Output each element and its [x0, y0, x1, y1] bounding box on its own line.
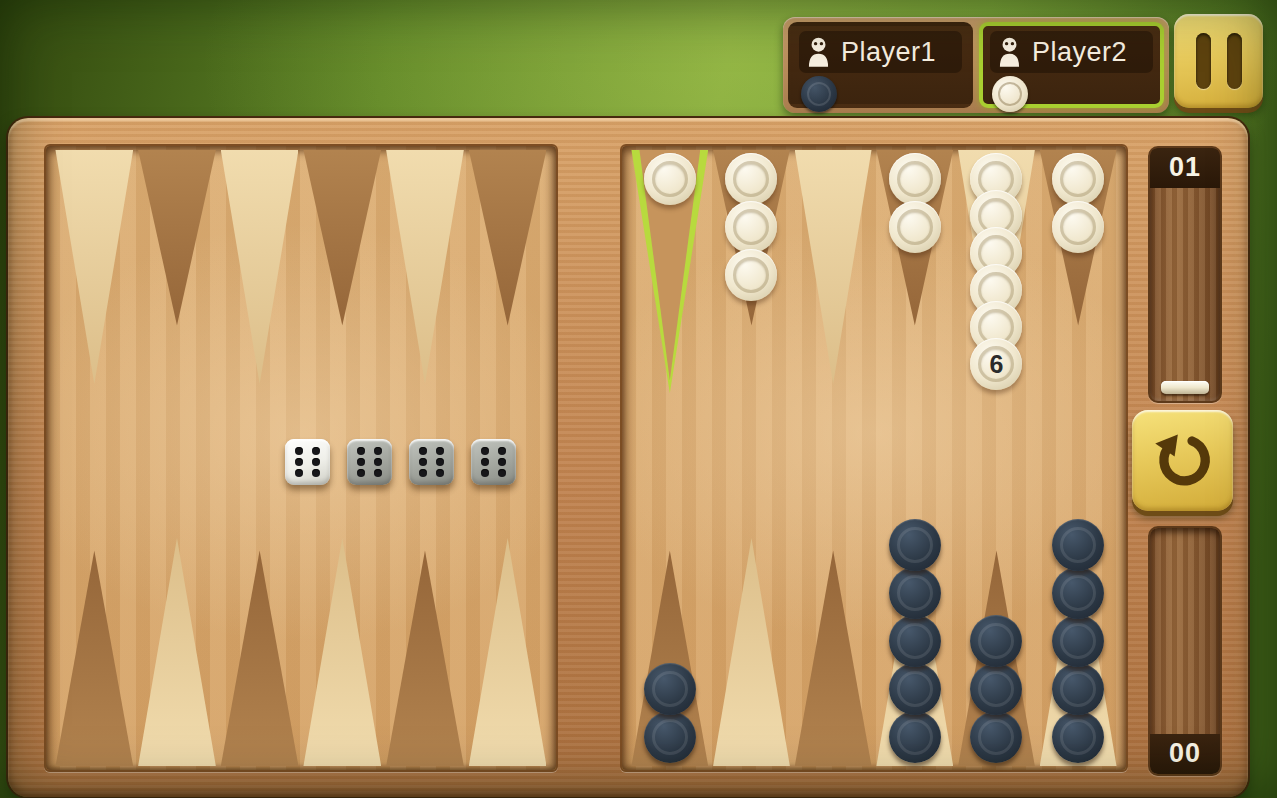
player2-card-active[interactable]: Player2 [979, 22, 1164, 108]
checker-stack [1052, 153, 1104, 253]
point-BR6[interactable] [1037, 458, 1119, 766]
checker-dark[interactable] [889, 519, 941, 571]
player2-name: Player2 [1032, 37, 1127, 68]
person-icon [805, 36, 832, 68]
checker-dark[interactable] [1052, 567, 1104, 619]
checker-stack [1052, 519, 1104, 763]
die-pip [481, 447, 489, 455]
point-triangle-cream [55, 150, 133, 384]
point-triangle-dark [469, 150, 547, 326]
checker-dark[interactable] [1052, 519, 1104, 571]
point-triangle-cream [713, 538, 790, 766]
checker-dark[interactable] [889, 615, 941, 667]
point-triangle-dark [221, 550, 299, 766]
checker-stack [725, 153, 777, 301]
die-pip [498, 447, 506, 455]
point-BR4[interactable] [874, 458, 956, 766]
player-panel: Player1 Player2 [783, 17, 1169, 113]
point-TL5[interactable] [384, 150, 467, 458]
player1-card[interactable]: Player1 [788, 22, 973, 108]
point-triangle-dark [386, 550, 464, 766]
point-BL3[interactable] [218, 458, 301, 766]
checker-white[interactable] [725, 201, 777, 253]
checker-dark[interactable] [1052, 711, 1104, 763]
point-BR5[interactable] [956, 458, 1038, 766]
die-pip [481, 469, 489, 477]
checker-white[interactable] [1052, 201, 1104, 253]
point-TR5[interactable]: 6 [956, 150, 1038, 458]
die-pip [419, 469, 427, 477]
checker-white[interactable] [1052, 153, 1104, 205]
point-TR3[interactable] [792, 150, 874, 458]
person-icon [996, 36, 1023, 68]
die-6-used[interactable] [409, 439, 454, 485]
point-TL6[interactable] [466, 150, 549, 458]
checker-white[interactable] [889, 153, 941, 205]
point-BL5[interactable] [384, 458, 467, 766]
player2-checker-white [992, 76, 1028, 112]
checker-stack: 6 [970, 153, 1022, 390]
die-pip [498, 469, 506, 477]
point-triangle-cream [303, 538, 381, 766]
player2-name-row: Player2 [990, 31, 1153, 73]
point-TR2[interactable] [711, 150, 793, 458]
die-pip [357, 458, 365, 466]
checker-dark[interactable] [970, 663, 1022, 715]
point-TL1[interactable] [53, 150, 136, 458]
point-BL2[interactable] [136, 458, 219, 766]
die-pip [295, 469, 303, 477]
checker-dark[interactable] [1052, 663, 1104, 715]
die-pip [419, 458, 427, 466]
point-triangle-dark [303, 150, 381, 326]
board-right-half: 6 [620, 144, 1128, 772]
checker-white[interactable] [889, 201, 941, 253]
checker-dark[interactable] [644, 663, 696, 715]
point-TR1-highlighted[interactable] [629, 150, 711, 458]
checker-dark[interactable] [970, 615, 1022, 667]
checker-white[interactable]: 6 [970, 338, 1022, 390]
point-BR2[interactable] [711, 458, 793, 766]
point-TR6[interactable] [1037, 150, 1119, 458]
die-pip [436, 447, 444, 455]
player1-name: Player1 [841, 37, 936, 68]
white-bearoff-tray[interactable]: 01 [1148, 146, 1222, 403]
die-pip [295, 447, 303, 455]
player1-name-row: Player1 [799, 31, 962, 73]
point-triangle-dark [138, 150, 216, 326]
checker-dark[interactable] [889, 567, 941, 619]
point-TL3[interactable] [218, 150, 301, 458]
point-triangle-dark [55, 550, 133, 766]
checker-dark[interactable] [970, 711, 1022, 763]
point-triangle-cream [386, 150, 464, 384]
checker-stack [889, 519, 941, 763]
checker-stack [644, 153, 696, 205]
die-pip [374, 447, 382, 455]
stack-count-badge: 6 [970, 338, 1022, 390]
checker-stack [889, 153, 941, 253]
die-6-used[interactable] [347, 439, 392, 485]
black-off-count: 00 [1150, 734, 1220, 774]
point-triangle-cream [221, 150, 299, 384]
point-triangle-cream [795, 150, 872, 384]
die-pip [312, 458, 320, 466]
player1-checker-dark [801, 76, 837, 112]
checker-white[interactable] [725, 249, 777, 301]
checker-dark[interactable] [889, 663, 941, 715]
board-left-half [44, 144, 558, 772]
checker-dark[interactable] [889, 711, 941, 763]
pause-icon [1196, 33, 1211, 89]
die-pip [312, 447, 320, 455]
die-pip [498, 458, 506, 466]
die-pip [419, 447, 427, 455]
white-off-count: 01 [1150, 148, 1220, 188]
die-pip [312, 469, 320, 477]
checker-white[interactable] [644, 153, 696, 205]
die-pip [374, 469, 382, 477]
backgammon-board: 6 01 00 [8, 118, 1248, 797]
point-triangle-cream [469, 538, 547, 766]
pause-button[interactable] [1174, 14, 1263, 108]
die-pip [481, 458, 489, 466]
point-TR4[interactable] [874, 150, 956, 458]
die-6-active[interactable] [285, 439, 330, 485]
die-pip [436, 458, 444, 466]
point-BL1[interactable] [53, 458, 136, 766]
checker-stack [644, 663, 696, 763]
point-BL4[interactable] [301, 458, 384, 766]
die-6-used[interactable] [471, 439, 516, 485]
checker-dark[interactable] [1052, 615, 1104, 667]
checker-stack [970, 615, 1022, 763]
borne-off-white-checker [1161, 381, 1209, 394]
pause-icon [1227, 33, 1242, 89]
checker-dark[interactable] [644, 711, 696, 763]
die-pip [357, 469, 365, 477]
point-triangle-dark [795, 550, 872, 766]
point-triangle-cream [138, 538, 216, 766]
app-screen: Player1 Player2 6 [0, 0, 1277, 798]
point-BR3[interactable] [792, 458, 874, 766]
point-TL4[interactable] [301, 150, 384, 458]
die-pip [436, 469, 444, 477]
undo-rotate-ccw-icon [1152, 430, 1214, 492]
checker-white[interactable] [725, 153, 777, 205]
die-pip [357, 447, 365, 455]
die-pip [374, 458, 382, 466]
die-pip [295, 458, 303, 466]
black-bearoff-tray[interactable]: 00 [1148, 526, 1222, 776]
point-BL6[interactable] [466, 458, 549, 766]
right-points-grid: 6 [629, 150, 1119, 766]
dice-row [285, 439, 516, 485]
undo-button[interactable] [1132, 410, 1233, 511]
point-TL2[interactable] [136, 150, 219, 458]
point-BR1[interactable] [629, 458, 711, 766]
